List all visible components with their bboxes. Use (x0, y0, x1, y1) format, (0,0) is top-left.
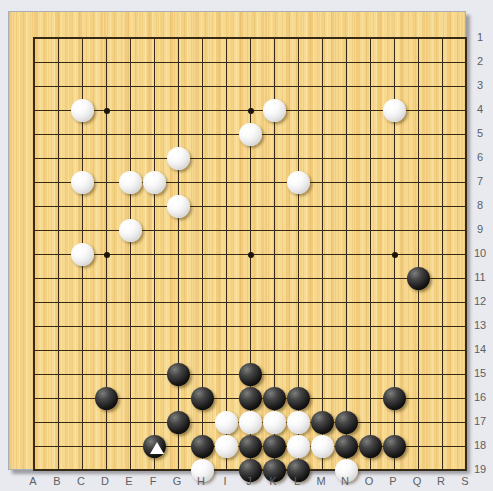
stone-white-E7 (119, 171, 142, 194)
stone-black-N17 (335, 411, 358, 434)
column-label-I: I (217, 473, 233, 489)
stone-white-L18 (287, 435, 310, 458)
stone-white-I17 (215, 411, 238, 434)
row-label-12: 12 (468, 294, 492, 308)
go-app-window: ABCDEFGHIJKLMNOPQRS 12345678910111213141… (0, 0, 493, 491)
stone-white-K17 (263, 411, 286, 434)
stone-white-M18 (311, 435, 334, 458)
column-label-F: F (145, 473, 161, 489)
stone-black-K16 (263, 387, 286, 410)
stone-black-G17 (167, 411, 190, 434)
stone-white-C10 (71, 243, 94, 266)
stone-black-F18 (143, 435, 166, 458)
row-label-10: 10 (468, 246, 492, 260)
stone-black-P16 (383, 387, 406, 410)
row-label-17: 17 (468, 414, 492, 428)
column-label-C: C (73, 473, 89, 489)
row-label-16: 16 (468, 390, 492, 404)
stone-white-C4 (71, 99, 94, 122)
star-point (104, 252, 110, 258)
stone-black-Q11 (407, 267, 430, 290)
stone-black-D16 (95, 387, 118, 410)
stone-black-P18 (383, 435, 406, 458)
stone-black-J15 (239, 363, 262, 386)
grid-v-line (322, 38, 323, 470)
star-point (248, 252, 254, 258)
row-label-5: 5 (468, 126, 492, 140)
last-move-triangle-marker (150, 442, 164, 454)
row-label-13: 13 (468, 318, 492, 332)
stone-black-J18 (239, 435, 262, 458)
stone-black-N18 (335, 435, 358, 458)
row-label-15: 15 (468, 366, 492, 380)
row-label-1: 1 (468, 30, 492, 44)
column-label-E: E (121, 473, 137, 489)
stone-white-J5 (239, 123, 262, 146)
row-label-18: 18 (468, 438, 492, 452)
column-label-K: K (265, 473, 281, 489)
column-label-O: O (361, 473, 377, 489)
stone-black-H16 (191, 387, 214, 410)
grid-h-line (34, 326, 466, 327)
grid-h-line (34, 278, 466, 279)
stone-white-I18 (215, 435, 238, 458)
row-label-11: 11 (468, 270, 492, 284)
column-label-D: D (97, 473, 113, 489)
grid-v-line (442, 38, 443, 470)
column-label-M: M (313, 473, 329, 489)
stone-black-O18 (359, 435, 382, 458)
row-label-8: 8 (468, 198, 492, 212)
grid-h-line (34, 350, 466, 351)
stone-white-E9 (119, 219, 142, 242)
stone-black-J16 (239, 387, 262, 410)
stone-black-M17 (311, 411, 334, 434)
row-label-2: 2 (468, 54, 492, 68)
stone-black-L16 (287, 387, 310, 410)
column-label-N: N (337, 473, 353, 489)
stone-white-L17 (287, 411, 310, 434)
row-label-4: 4 (468, 102, 492, 116)
star-point (392, 252, 398, 258)
stone-white-L7 (287, 171, 310, 194)
stone-black-H18 (191, 435, 214, 458)
grid-v-line (418, 38, 419, 470)
stone-white-G6 (167, 147, 190, 170)
row-label-14: 14 (468, 342, 492, 356)
star-point (248, 108, 254, 114)
grid-v-line (370, 38, 371, 470)
column-label-H: H (193, 473, 209, 489)
grid-h-line (34, 302, 466, 303)
row-label-19: 19 (468, 462, 492, 476)
column-label-J: J (241, 473, 257, 489)
column-label-A: A (25, 473, 41, 489)
stone-white-K4 (263, 99, 286, 122)
grid-v-line (346, 38, 347, 470)
column-label-Q: Q (409, 473, 425, 489)
column-label-B: B (49, 473, 65, 489)
stone-black-G15 (167, 363, 190, 386)
row-label-6: 6 (468, 150, 492, 164)
column-label-P: P (385, 473, 401, 489)
row-label-9: 9 (468, 222, 492, 236)
column-label-R: R (433, 473, 449, 489)
star-point (104, 108, 110, 114)
stone-black-K18 (263, 435, 286, 458)
stone-white-C7 (71, 171, 94, 194)
column-label-L: L (289, 473, 305, 489)
stone-white-F7 (143, 171, 166, 194)
row-label-7: 7 (468, 174, 492, 188)
row-label-3: 3 (468, 78, 492, 92)
stone-white-J17 (239, 411, 262, 434)
go-board[interactable] (8, 11, 466, 470)
stone-white-P4 (383, 99, 406, 122)
column-label-G: G (169, 473, 185, 489)
stone-white-G8 (167, 195, 190, 218)
